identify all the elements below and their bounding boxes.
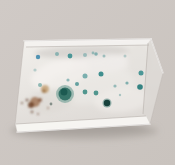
teal-inclusion-dot [113,84,116,87]
teal-inclusion-dot [137,84,143,90]
teal-inclusion-dot [92,52,95,55]
teal-inclusion-dot [125,81,128,84]
teal-inclusion-dot [94,91,99,96]
brown-inclusion-spot [31,111,34,114]
brown-inclusion-spot [38,98,42,102]
teal-inclusion-dot [38,83,42,87]
brown-inclusion-spot [42,89,46,93]
teal-inclusion-dot [99,72,104,77]
brown-inclusion-spot [47,107,49,109]
teal-inclusion-dot [83,53,87,57]
specimen-photo [0,0,175,165]
teal-inclusion-dot [68,54,73,59]
teal-inclusion-dot [55,52,59,56]
teal-inclusion-dot [66,78,69,81]
specimen-scene [0,0,175,165]
teal-inclusion-dot [83,74,88,79]
brown-inclusion-spot [26,99,29,102]
teal-inclusion-dot [94,52,98,56]
teal-inclusion-dot [124,55,127,58]
brown-inclusion-spot [37,113,39,115]
teal-inclusion-dot [103,55,106,58]
teal-inclusion-dot [36,55,40,59]
teal-inclusion-dot [119,94,121,96]
teal-inclusion-dot [75,82,79,86]
brown-inclusion-spot [28,102,34,108]
crystal-specimen [15,39,163,132]
teal-inclusion-dot [83,90,88,95]
teal-inclusion-dot [61,89,68,96]
teal-inclusion-dot [104,100,110,106]
teal-inclusion-dot [33,68,36,71]
teal-inclusion-dot [139,71,144,76]
brown-inclusion-spot [21,102,23,104]
teal-inclusion-dot [50,103,53,106]
